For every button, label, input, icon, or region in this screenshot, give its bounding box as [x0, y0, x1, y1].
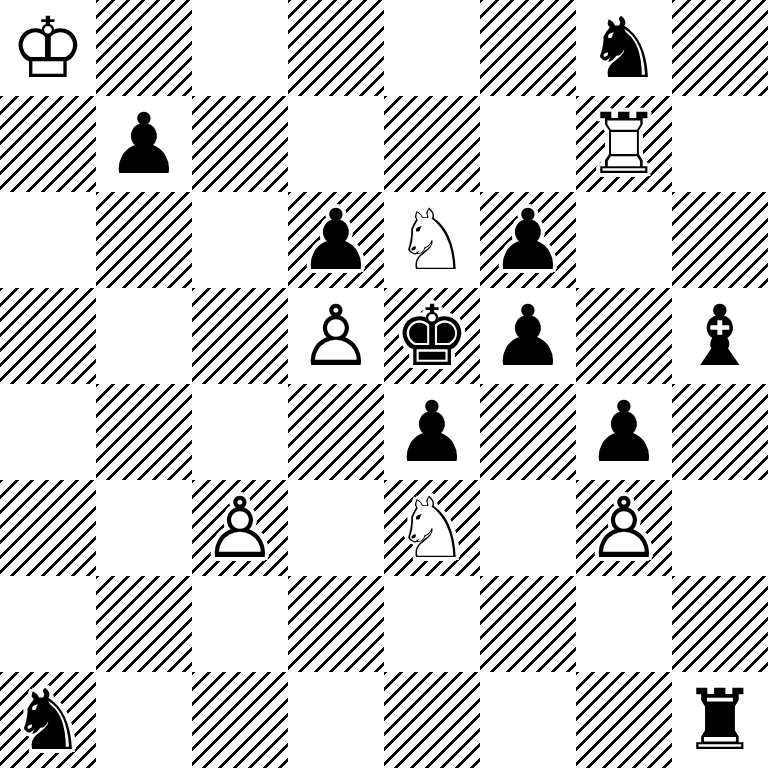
square-d1[interactable] — [288, 672, 384, 768]
square-a6[interactable] — [0, 192, 96, 288]
square-c6[interactable] — [192, 192, 288, 288]
square-b8[interactable] — [96, 0, 192, 96]
square-f1[interactable] — [480, 672, 576, 768]
white-pawn-piece: ♙ — [576, 480, 672, 576]
square-a3[interactable] — [0, 480, 96, 576]
black-pawn-piece: ♟ — [576, 384, 672, 480]
square-b2[interactable] — [96, 576, 192, 672]
black-king-piece: ♚ — [384, 288, 480, 384]
black-knight-piece: ♞ — [0, 672, 96, 768]
square-h7[interactable] — [672, 96, 768, 192]
square-b6[interactable] — [96, 192, 192, 288]
square-d6[interactable]: ♟♟ — [288, 192, 384, 288]
square-f7[interactable] — [480, 96, 576, 192]
square-g8[interactable]: ♞♞ — [576, 0, 672, 96]
square-g3[interactable]: ♟♙ — [576, 480, 672, 576]
square-d8[interactable] — [288, 0, 384, 96]
square-g4[interactable]: ♟♟ — [576, 384, 672, 480]
square-a7[interactable] — [0, 96, 96, 192]
square-f4[interactable] — [480, 384, 576, 480]
square-c5[interactable] — [192, 288, 288, 384]
square-a2[interactable] — [0, 576, 96, 672]
black-bishop-piece: ♝ — [672, 288, 768, 384]
square-d4[interactable] — [288, 384, 384, 480]
black-knight-piece: ♞ — [576, 0, 672, 96]
square-e2[interactable] — [384, 576, 480, 672]
black-rook-piece: ♜ — [672, 672, 768, 768]
square-b5[interactable] — [96, 288, 192, 384]
square-e7[interactable] — [384, 96, 480, 192]
square-c2[interactable] — [192, 576, 288, 672]
white-pawn-piece: ♙ — [288, 288, 384, 384]
square-g5[interactable] — [576, 288, 672, 384]
white-knight-piece: ♘ — [384, 192, 480, 288]
square-a8[interactable]: ♚♔ — [0, 0, 96, 96]
square-h1[interactable]: ♜♜ — [672, 672, 768, 768]
square-h3[interactable] — [672, 480, 768, 576]
square-h8[interactable] — [672, 0, 768, 96]
square-g1[interactable] — [576, 672, 672, 768]
square-a1[interactable]: ♞♞ — [0, 672, 96, 768]
square-e3[interactable]: ♞♘ — [384, 480, 480, 576]
square-h4[interactable] — [672, 384, 768, 480]
square-b7[interactable]: ♟♟ — [96, 96, 192, 192]
square-c3[interactable]: ♟♙ — [192, 480, 288, 576]
square-f8[interactable] — [480, 0, 576, 96]
square-f2[interactable] — [480, 576, 576, 672]
square-b1[interactable] — [96, 672, 192, 768]
square-c7[interactable] — [192, 96, 288, 192]
square-b3[interactable] — [96, 480, 192, 576]
black-pawn-piece: ♟ — [96, 96, 192, 192]
chess-board: ♚♔♞♞♟♟♜♖♟♟♞♘♟♟♟♙♚♚♟♟♝♝♟♟♟♟♟♙♞♘♟♙♞♞♜♜ — [0, 0, 768, 768]
square-d3[interactable] — [288, 480, 384, 576]
square-d7[interactable] — [288, 96, 384, 192]
square-c8[interactable] — [192, 0, 288, 96]
black-pawn-piece: ♟ — [384, 384, 480, 480]
square-f3[interactable] — [480, 480, 576, 576]
square-b4[interactable] — [96, 384, 192, 480]
black-pawn-piece: ♟ — [480, 288, 576, 384]
square-h6[interactable] — [672, 192, 768, 288]
square-e8[interactable] — [384, 0, 480, 96]
white-king-piece: ♔ — [0, 0, 96, 96]
square-g7[interactable]: ♜♖ — [576, 96, 672, 192]
white-knight-piece: ♘ — [384, 480, 480, 576]
square-e1[interactable] — [384, 672, 480, 768]
square-e6[interactable]: ♞♘ — [384, 192, 480, 288]
square-a5[interactable] — [0, 288, 96, 384]
square-c4[interactable] — [192, 384, 288, 480]
square-f6[interactable]: ♟♟ — [480, 192, 576, 288]
white-rook-piece: ♖ — [576, 96, 672, 192]
square-h5[interactable]: ♝♝ — [672, 288, 768, 384]
square-g6[interactable] — [576, 192, 672, 288]
black-pawn-piece: ♟ — [480, 192, 576, 288]
square-h2[interactable] — [672, 576, 768, 672]
square-a4[interactable] — [0, 384, 96, 480]
white-pawn-piece: ♙ — [192, 480, 288, 576]
square-c1[interactable] — [192, 672, 288, 768]
black-pawn-piece: ♟ — [288, 192, 384, 288]
square-e5[interactable]: ♚♚ — [384, 288, 480, 384]
square-e4[interactable]: ♟♟ — [384, 384, 480, 480]
square-d5[interactable]: ♟♙ — [288, 288, 384, 384]
square-f5[interactable]: ♟♟ — [480, 288, 576, 384]
square-d2[interactable] — [288, 576, 384, 672]
square-g2[interactable] — [576, 576, 672, 672]
